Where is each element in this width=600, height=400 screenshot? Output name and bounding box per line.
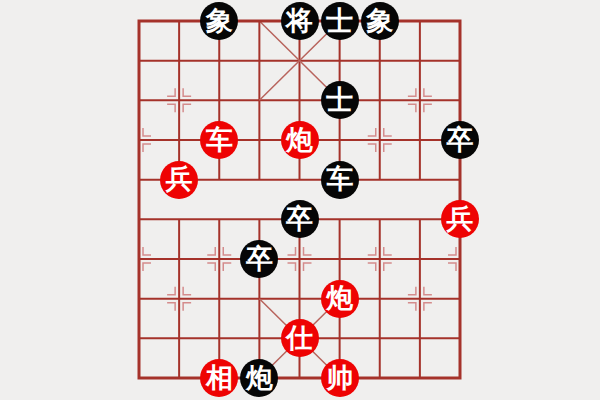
piece-black-general[interactable]: 将	[281, 2, 319, 40]
piece-red-soldier[interactable]: 兵	[441, 200, 479, 238]
piece-red-advisor[interactable]: 仕	[281, 319, 319, 357]
piece-red-cannon[interactable]: 炮	[321, 280, 359, 318]
piece-red-soldier[interactable]: 兵	[160, 161, 198, 199]
piece-black-elephant[interactable]: 象	[200, 2, 238, 40]
piece-red-elephant[interactable]: 相	[200, 359, 238, 397]
piece-black-soldier[interactable]: 卒	[240, 240, 278, 278]
piece-black-cannon[interactable]: 炮	[240, 359, 278, 397]
piece-black-elephant[interactable]: 象	[361, 2, 399, 40]
piece-black-soldier[interactable]: 卒	[281, 200, 319, 238]
piece-red-general[interactable]: 帅	[321, 359, 359, 397]
piece-black-advisor[interactable]: 士	[321, 2, 359, 40]
piece-black-soldier[interactable]: 卒	[441, 121, 479, 159]
piece-red-cannon[interactable]: 炮	[281, 121, 319, 159]
piece-red-chariot[interactable]: 车	[200, 121, 238, 159]
xiangqi-board: 象将士象士车炮卒兵车卒兵卒炮仕相炮帅	[0, 0, 600, 400]
piece-black-chariot[interactable]: 车	[321, 161, 359, 199]
piece-black-advisor[interactable]: 士	[321, 81, 359, 119]
